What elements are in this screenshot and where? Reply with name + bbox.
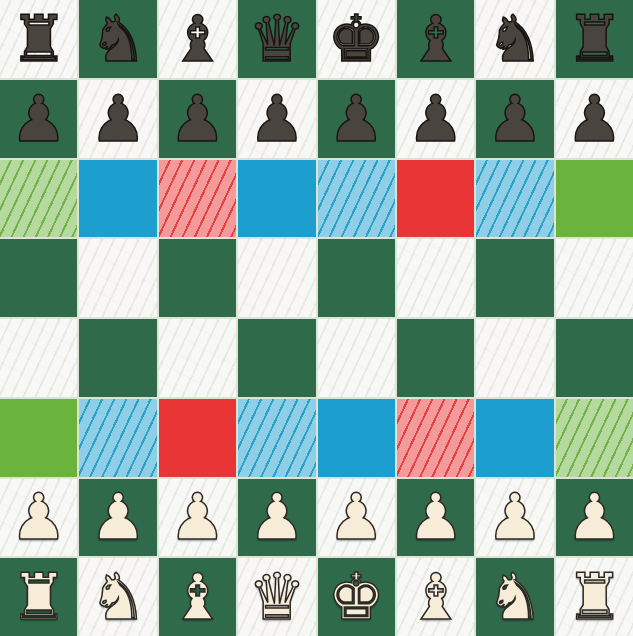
piece-white-bishop[interactable]: ♝ [169,565,226,629]
square-d7[interactable]: ♟ [238,80,315,158]
piece-white-king[interactable]: ♚ [328,565,385,629]
square-a6[interactable] [0,160,77,238]
piece-white-pawn[interactable]: ♟ [486,485,543,549]
square-d5[interactable] [238,239,315,317]
square-f1[interactable]: ♝ [397,558,474,636]
square-b4[interactable] [79,319,156,397]
square-h5[interactable] [556,239,633,317]
square-a7[interactable]: ♟ [0,80,77,158]
piece-white-rook[interactable]: ♜ [10,565,67,629]
square-h7[interactable]: ♟ [556,80,633,158]
piece-black-pawn[interactable]: ♟ [328,87,385,151]
square-b6[interactable] [79,160,156,238]
piece-white-pawn[interactable]: ♟ [169,485,226,549]
square-g8[interactable]: ♞ [476,0,553,78]
square-f4[interactable] [397,319,474,397]
square-e2[interactable]: ♟ [318,479,395,557]
piece-black-rook[interactable]: ♜ [566,7,623,71]
piece-white-pawn[interactable]: ♟ [407,485,464,549]
piece-black-pawn[interactable]: ♟ [89,87,146,151]
square-e4[interactable] [318,319,395,397]
chess-board-container: ♜♞♝♛♚♝♞♜♟♟♟♟♟♟♟♟♟♟♟♟♟♟♟♟♜♞♝♛♚♝♞♜ [0,0,633,636]
square-f8[interactable]: ♝ [397,0,474,78]
square-e5[interactable] [318,239,395,317]
square-c8[interactable]: ♝ [159,0,236,78]
piece-black-bishop[interactable]: ♝ [407,7,464,71]
piece-black-pawn[interactable]: ♟ [486,87,543,151]
square-b3[interactable] [79,399,156,477]
square-g3[interactable] [476,399,553,477]
piece-white-knight[interactable]: ♞ [89,565,146,629]
square-a4[interactable] [0,319,77,397]
square-h1[interactable]: ♜ [556,558,633,636]
square-f6[interactable] [397,160,474,238]
square-a1[interactable]: ♜ [0,558,77,636]
square-b8[interactable]: ♞ [79,0,156,78]
square-e6[interactable] [318,160,395,238]
square-a2[interactable]: ♟ [0,479,77,557]
chess-board: ♜♞♝♛♚♝♞♜♟♟♟♟♟♟♟♟♟♟♟♟♟♟♟♟♜♞♝♛♚♝♞♜ [0,0,633,636]
square-c1[interactable]: ♝ [159,558,236,636]
square-f5[interactable] [397,239,474,317]
piece-black-pawn[interactable]: ♟ [248,87,305,151]
square-f2[interactable]: ♟ [397,479,474,557]
square-f7[interactable]: ♟ [397,80,474,158]
square-d8[interactable]: ♛ [238,0,315,78]
piece-black-pawn[interactable]: ♟ [10,87,67,151]
square-e8[interactable]: ♚ [318,0,395,78]
square-c6[interactable] [159,160,236,238]
piece-white-pawn[interactable]: ♟ [248,485,305,549]
piece-white-pawn[interactable]: ♟ [89,485,146,549]
piece-white-pawn[interactable]: ♟ [566,485,623,549]
piece-black-king[interactable]: ♚ [328,7,385,71]
square-d1[interactable]: ♛ [238,558,315,636]
square-c2[interactable]: ♟ [159,479,236,557]
square-e1[interactable]: ♚ [318,558,395,636]
square-h6[interactable] [556,160,633,238]
square-c7[interactable]: ♟ [159,80,236,158]
square-g4[interactable] [476,319,553,397]
piece-black-pawn[interactable]: ♟ [566,87,623,151]
square-d4[interactable] [238,319,315,397]
piece-white-pawn[interactable]: ♟ [10,485,67,549]
piece-black-pawn[interactable]: ♟ [169,87,226,151]
piece-black-knight[interactable]: ♞ [89,7,146,71]
piece-black-queen[interactable]: ♛ [248,7,305,71]
square-h8[interactable]: ♜ [556,0,633,78]
square-b2[interactable]: ♟ [79,479,156,557]
square-g1[interactable]: ♞ [476,558,553,636]
piece-white-bishop[interactable]: ♝ [407,565,464,629]
square-c5[interactable] [159,239,236,317]
square-g2[interactable]: ♟ [476,479,553,557]
square-d2[interactable]: ♟ [238,479,315,557]
square-a8[interactable]: ♜ [0,0,77,78]
piece-black-pawn[interactable]: ♟ [407,87,464,151]
square-c4[interactable] [159,319,236,397]
piece-black-rook[interactable]: ♜ [10,7,67,71]
square-g7[interactable]: ♟ [476,80,553,158]
square-c3[interactable] [159,399,236,477]
square-h4[interactable] [556,319,633,397]
square-b7[interactable]: ♟ [79,80,156,158]
square-b5[interactable] [79,239,156,317]
piece-white-pawn[interactable]: ♟ [328,485,385,549]
square-b1[interactable]: ♞ [79,558,156,636]
square-d3[interactable] [238,399,315,477]
square-a5[interactable] [0,239,77,317]
piece-black-knight[interactable]: ♞ [486,7,543,71]
square-e7[interactable]: ♟ [318,80,395,158]
piece-white-queen[interactable]: ♛ [248,565,305,629]
square-e3[interactable] [318,399,395,477]
square-h3[interactable] [556,399,633,477]
square-d6[interactable] [238,160,315,238]
square-g5[interactable] [476,239,553,317]
square-h2[interactable]: ♟ [556,479,633,557]
piece-black-bishop[interactable]: ♝ [169,7,226,71]
piece-white-rook[interactable]: ♜ [566,565,623,629]
square-f3[interactable] [397,399,474,477]
square-a3[interactable] [0,399,77,477]
square-g6[interactable] [476,160,553,238]
piece-white-knight[interactable]: ♞ [486,565,543,629]
